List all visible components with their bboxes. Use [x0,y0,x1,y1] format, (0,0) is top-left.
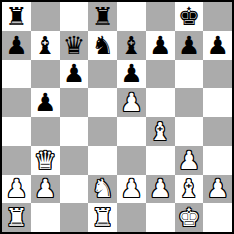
square-a6[interactable] [2,60,31,89]
square-e8[interactable] [117,2,146,31]
square-g3[interactable]: ♟ [175,146,204,175]
square-h5[interactable] [203,88,232,117]
square-f8[interactable] [146,2,175,31]
white-knight-d2[interactable]: ♞ [91,176,113,201]
black-bishop-b7[interactable]: ♝ [34,33,56,58]
square-b6[interactable] [31,60,60,89]
square-g4[interactable] [175,117,204,146]
square-d7[interactable]: ♞ [88,31,117,60]
square-d1[interactable]: ♜ [88,203,117,232]
white-pawn-e5[interactable]: ♟ [120,90,142,115]
square-b4[interactable] [31,117,60,146]
white-pawn-f2[interactable]: ♟ [149,176,171,201]
white-king-g1[interactable]: ♚ [178,205,200,230]
square-a7[interactable]: ♟ [2,31,31,60]
square-c3[interactable] [60,146,89,175]
square-d5[interactable] [88,88,117,117]
black-pawn-b5[interactable]: ♟ [34,90,56,115]
square-f3[interactable] [146,146,175,175]
square-h7[interactable]: ♟ [203,31,232,60]
square-f2[interactable]: ♟ [146,175,175,204]
square-a5[interactable] [2,88,31,117]
square-d3[interactable] [88,146,117,175]
square-e2[interactable]: ♟ [117,175,146,204]
black-pawn-c6[interactable]: ♟ [63,61,85,86]
black-pawn-e6[interactable]: ♟ [120,61,142,86]
square-c6[interactable]: ♟ [60,60,89,89]
square-b2[interactable]: ♟ [31,175,60,204]
square-e3[interactable] [117,146,146,175]
black-pawn-a7[interactable]: ♟ [5,33,27,58]
square-g1[interactable]: ♚ [175,203,204,232]
black-knight-d7[interactable]: ♞ [91,33,113,58]
square-h8[interactable] [203,2,232,31]
square-e1[interactable] [117,203,146,232]
square-c7[interactable]: ♛ [60,31,89,60]
black-pawn-g7[interactable]: ♟ [178,33,200,58]
square-e5[interactable]: ♟ [117,88,146,117]
square-c1[interactable] [60,203,89,232]
square-c4[interactable] [60,117,89,146]
white-pawn-e2[interactable]: ♟ [120,176,142,201]
white-bishop-f4[interactable]: ♝ [149,119,171,144]
square-g5[interactable] [175,88,204,117]
square-e6[interactable]: ♟ [117,60,146,89]
square-a3[interactable] [2,146,31,175]
white-bishop-g2[interactable]: ♝ [178,176,200,201]
chess-diagram: ♜♜♚♟♝♛♞♝♟♟♟♟♟♟♟♝♛♟♟♟♞♟♟♝♟♜♜♚ [0,0,234,234]
square-b1[interactable] [31,203,60,232]
black-pawn-f7[interactable]: ♟ [149,33,171,58]
chess-board: ♜♜♚♟♝♛♞♝♟♟♟♟♟♟♟♝♛♟♟♟♞♟♟♝♟♜♜♚ [0,0,234,234]
square-g6[interactable] [175,60,204,89]
square-c8[interactable] [60,2,89,31]
square-f5[interactable] [146,88,175,117]
square-h1[interactable] [203,203,232,232]
black-pawn-h7[interactable]: ♟ [206,33,228,58]
square-d2[interactable]: ♞ [88,175,117,204]
square-b3[interactable]: ♛ [31,146,60,175]
black-rook-a8[interactable]: ♜ [5,4,27,29]
white-pawn-b2[interactable]: ♟ [34,176,56,201]
square-b5[interactable]: ♟ [31,88,60,117]
square-a8[interactable]: ♜ [2,2,31,31]
square-h3[interactable] [203,146,232,175]
square-f6[interactable] [146,60,175,89]
white-queen-b3[interactable]: ♛ [34,148,56,173]
square-c2[interactable] [60,175,89,204]
square-a4[interactable] [2,117,31,146]
square-f4[interactable]: ♝ [146,117,175,146]
square-e4[interactable] [117,117,146,146]
black-king-g8[interactable]: ♚ [178,4,200,29]
white-rook-a1[interactable]: ♜ [5,205,27,230]
square-e7[interactable]: ♝ [117,31,146,60]
square-a2[interactable]: ♟ [2,175,31,204]
square-f7[interactable]: ♟ [146,31,175,60]
white-rook-d1[interactable]: ♜ [91,205,113,230]
white-pawn-h2[interactable]: ♟ [206,176,228,201]
square-g7[interactable]: ♟ [175,31,204,60]
square-b7[interactable]: ♝ [31,31,60,60]
black-queen-c7[interactable]: ♛ [63,33,85,58]
square-h6[interactable] [203,60,232,89]
square-b8[interactable] [31,2,60,31]
square-a1[interactable]: ♜ [2,203,31,232]
square-h4[interactable] [203,117,232,146]
square-d8[interactable]: ♜ [88,2,117,31]
square-d6[interactable] [88,60,117,89]
black-bishop-e7[interactable]: ♝ [120,33,142,58]
square-g2[interactable]: ♝ [175,175,204,204]
black-rook-d8[interactable]: ♜ [91,4,113,29]
white-pawn-g3[interactable]: ♟ [178,148,200,173]
square-c5[interactable] [60,88,89,117]
white-pawn-a2[interactable]: ♟ [5,176,27,201]
square-h2[interactable]: ♟ [203,175,232,204]
square-d4[interactable] [88,117,117,146]
square-g8[interactable]: ♚ [175,2,204,31]
square-f1[interactable] [146,203,175,232]
